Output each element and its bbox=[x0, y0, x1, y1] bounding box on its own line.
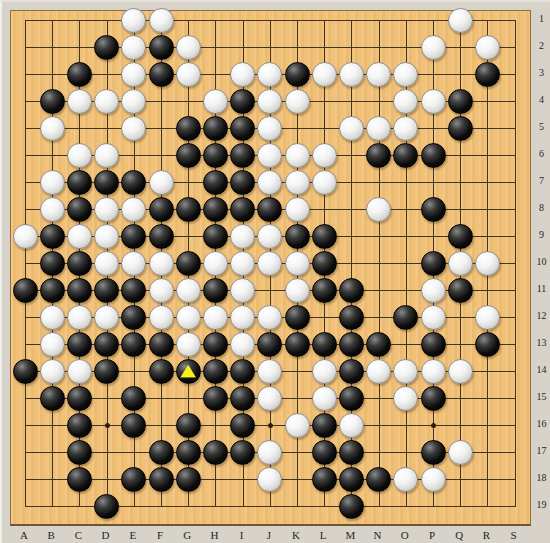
white-stone[interactable] bbox=[257, 143, 282, 168]
white-stone[interactable] bbox=[94, 305, 119, 330]
black-stone[interactable] bbox=[285, 62, 310, 87]
black-stone[interactable] bbox=[448, 116, 473, 141]
white-stone[interactable] bbox=[121, 251, 146, 276]
black-stone[interactable] bbox=[339, 359, 364, 384]
black-stone[interactable] bbox=[94, 278, 119, 303]
black-stone[interactable] bbox=[121, 386, 146, 411]
white-stone[interactable] bbox=[13, 224, 38, 249]
black-stone[interactable] bbox=[67, 332, 92, 357]
white-stone[interactable] bbox=[475, 305, 500, 330]
grid-line-vertical bbox=[25, 20, 26, 507]
black-stone[interactable] bbox=[149, 224, 174, 249]
row-label-9: 9 bbox=[533, 229, 550, 240]
white-stone[interactable] bbox=[230, 251, 255, 276]
column-label-I: I bbox=[232, 529, 252, 541]
white-stone[interactable] bbox=[257, 305, 282, 330]
black-stone[interactable] bbox=[67, 170, 92, 195]
black-stone[interactable] bbox=[230, 413, 255, 438]
column-label-Q: Q bbox=[449, 529, 469, 541]
white-stone[interactable] bbox=[475, 35, 500, 60]
column-label-G: G bbox=[177, 529, 197, 541]
black-stone[interactable] bbox=[285, 332, 310, 357]
white-stone[interactable] bbox=[176, 278, 201, 303]
black-stone[interactable] bbox=[312, 224, 337, 249]
row-label-6: 6 bbox=[533, 148, 550, 159]
black-stone[interactable] bbox=[203, 386, 228, 411]
black-stone[interactable] bbox=[149, 332, 174, 357]
black-stone[interactable] bbox=[366, 143, 391, 168]
white-stone[interactable] bbox=[366, 62, 391, 87]
column-label-O: O bbox=[395, 529, 415, 541]
white-stone[interactable] bbox=[176, 305, 201, 330]
black-stone[interactable] bbox=[203, 359, 228, 384]
white-stone[interactable] bbox=[448, 8, 473, 33]
black-stone[interactable] bbox=[339, 278, 364, 303]
black-stone[interactable] bbox=[339, 332, 364, 357]
white-stone[interactable] bbox=[230, 305, 255, 330]
white-stone[interactable] bbox=[40, 197, 65, 222]
last-move-triangle-marker bbox=[180, 365, 196, 378]
white-stone[interactable] bbox=[94, 224, 119, 249]
black-stone[interactable] bbox=[94, 35, 119, 60]
white-stone[interactable] bbox=[121, 197, 146, 222]
white-stone[interactable] bbox=[312, 170, 337, 195]
black-stone[interactable] bbox=[312, 440, 337, 465]
white-stone[interactable] bbox=[421, 35, 446, 60]
white-stone[interactable] bbox=[40, 305, 65, 330]
white-stone[interactable] bbox=[67, 305, 92, 330]
black-stone[interactable] bbox=[176, 467, 201, 492]
black-stone[interactable] bbox=[339, 494, 364, 519]
black-stone[interactable] bbox=[149, 359, 174, 384]
white-stone[interactable] bbox=[393, 359, 418, 384]
column-label-F: F bbox=[150, 529, 170, 541]
black-stone[interactable] bbox=[339, 440, 364, 465]
white-stone[interactable] bbox=[67, 359, 92, 384]
row-label-3: 3 bbox=[533, 67, 550, 78]
white-stone[interactable] bbox=[312, 359, 337, 384]
white-stone[interactable] bbox=[40, 359, 65, 384]
white-stone[interactable] bbox=[339, 116, 364, 141]
column-label-K: K bbox=[286, 529, 306, 541]
black-stone[interactable] bbox=[121, 413, 146, 438]
row-label-11: 11 bbox=[533, 283, 550, 294]
black-stone[interactable] bbox=[203, 278, 228, 303]
black-stone[interactable] bbox=[312, 467, 337, 492]
marked-last-move-stone[interactable] bbox=[176, 359, 201, 384]
black-stone[interactable] bbox=[149, 35, 174, 60]
black-stone[interactable] bbox=[339, 305, 364, 330]
white-stone[interactable] bbox=[67, 224, 92, 249]
black-stone[interactable] bbox=[257, 332, 282, 357]
column-label-N: N bbox=[368, 529, 388, 541]
black-stone[interactable] bbox=[203, 170, 228, 195]
black-stone[interactable] bbox=[67, 278, 92, 303]
white-stone[interactable] bbox=[257, 467, 282, 492]
white-stone[interactable] bbox=[285, 251, 310, 276]
column-label-L: L bbox=[313, 529, 333, 541]
black-stone[interactable] bbox=[176, 197, 201, 222]
black-stone[interactable] bbox=[203, 116, 228, 141]
white-stone[interactable] bbox=[339, 413, 364, 438]
black-stone[interactable] bbox=[40, 224, 65, 249]
column-label-C: C bbox=[68, 529, 88, 541]
white-stone[interactable] bbox=[285, 89, 310, 114]
white-stone[interactable] bbox=[312, 386, 337, 411]
black-stone[interactable] bbox=[40, 278, 65, 303]
column-label-J: J bbox=[259, 529, 279, 541]
black-stone[interactable] bbox=[176, 143, 201, 168]
black-stone[interactable] bbox=[393, 305, 418, 330]
black-stone[interactable] bbox=[94, 359, 119, 384]
black-stone[interactable] bbox=[121, 170, 146, 195]
white-stone[interactable] bbox=[176, 35, 201, 60]
black-stone[interactable] bbox=[149, 197, 174, 222]
black-stone[interactable] bbox=[230, 197, 255, 222]
white-stone[interactable] bbox=[257, 251, 282, 276]
white-stone[interactable] bbox=[67, 143, 92, 168]
white-stone[interactable] bbox=[149, 278, 174, 303]
black-stone[interactable] bbox=[203, 440, 228, 465]
white-stone[interactable] bbox=[421, 278, 446, 303]
black-stone[interactable] bbox=[475, 332, 500, 357]
black-stone[interactable] bbox=[67, 386, 92, 411]
white-stone[interactable] bbox=[40, 116, 65, 141]
black-stone[interactable] bbox=[67, 62, 92, 87]
white-stone[interactable] bbox=[257, 386, 282, 411]
black-stone[interactable] bbox=[312, 332, 337, 357]
column-label-A: A bbox=[14, 529, 34, 541]
white-stone[interactable] bbox=[448, 440, 473, 465]
column-label-D: D bbox=[96, 529, 116, 541]
row-label-1: 1 bbox=[533, 13, 550, 24]
white-stone[interactable] bbox=[94, 197, 119, 222]
black-stone[interactable] bbox=[230, 89, 255, 114]
star-point bbox=[268, 423, 273, 428]
black-stone[interactable] bbox=[421, 197, 446, 222]
black-stone[interactable] bbox=[94, 170, 119, 195]
black-stone[interactable] bbox=[230, 116, 255, 141]
black-stone[interactable] bbox=[40, 89, 65, 114]
black-stone[interactable] bbox=[448, 224, 473, 249]
white-stone[interactable] bbox=[149, 251, 174, 276]
white-stone[interactable] bbox=[67, 89, 92, 114]
column-label-R: R bbox=[476, 529, 496, 541]
row-label-12: 12 bbox=[533, 310, 550, 321]
black-stone[interactable] bbox=[121, 278, 146, 303]
white-stone[interactable] bbox=[230, 62, 255, 87]
white-stone[interactable] bbox=[257, 440, 282, 465]
black-stone[interactable] bbox=[230, 143, 255, 168]
row-label-2: 2 bbox=[533, 40, 550, 51]
white-stone[interactable] bbox=[203, 89, 228, 114]
white-stone[interactable] bbox=[257, 89, 282, 114]
black-stone[interactable] bbox=[94, 494, 119, 519]
star-point bbox=[431, 423, 436, 428]
go-board[interactable] bbox=[10, 10, 531, 526]
row-label-10: 10 bbox=[533, 256, 550, 267]
row-label-19: 19 bbox=[533, 499, 550, 510]
column-label-S: S bbox=[504, 529, 524, 541]
black-stone[interactable] bbox=[176, 413, 201, 438]
black-stone[interactable] bbox=[230, 386, 255, 411]
white-stone[interactable] bbox=[285, 170, 310, 195]
row-label-16: 16 bbox=[533, 418, 550, 429]
black-stone[interactable] bbox=[149, 467, 174, 492]
white-stone[interactable] bbox=[121, 116, 146, 141]
white-stone[interactable] bbox=[366, 197, 391, 222]
row-label-15: 15 bbox=[533, 391, 550, 402]
black-stone[interactable] bbox=[257, 197, 282, 222]
black-stone[interactable] bbox=[230, 440, 255, 465]
white-stone[interactable] bbox=[421, 359, 446, 384]
row-label-4: 4 bbox=[533, 94, 550, 105]
white-stone[interactable] bbox=[94, 251, 119, 276]
white-stone[interactable] bbox=[40, 332, 65, 357]
white-stone[interactable] bbox=[448, 359, 473, 384]
black-stone[interactable] bbox=[285, 305, 310, 330]
white-stone[interactable] bbox=[393, 386, 418, 411]
white-stone[interactable] bbox=[421, 467, 446, 492]
white-stone[interactable] bbox=[257, 170, 282, 195]
white-stone[interactable] bbox=[203, 305, 228, 330]
black-stone[interactable] bbox=[366, 332, 391, 357]
white-stone[interactable] bbox=[230, 224, 255, 249]
white-stone[interactable] bbox=[203, 251, 228, 276]
star-point bbox=[105, 423, 110, 428]
row-label-8: 8 bbox=[533, 202, 550, 213]
column-label-P: P bbox=[422, 529, 442, 541]
black-stone[interactable] bbox=[121, 332, 146, 357]
black-stone[interactable] bbox=[67, 440, 92, 465]
grid-line-vertical bbox=[515, 20, 516, 507]
go-app-window: ABCDEFGHIJKLMNOPQRS 12345678910111213141… bbox=[0, 0, 550, 543]
black-stone[interactable] bbox=[67, 413, 92, 438]
black-stone[interactable] bbox=[230, 359, 255, 384]
black-stone[interactable] bbox=[366, 467, 391, 492]
white-stone[interactable] bbox=[121, 62, 146, 87]
white-stone[interactable] bbox=[285, 197, 310, 222]
white-stone[interactable] bbox=[94, 89, 119, 114]
row-label-14: 14 bbox=[533, 364, 550, 375]
black-stone[interactable] bbox=[339, 467, 364, 492]
black-stone[interactable] bbox=[176, 116, 201, 141]
black-stone[interactable] bbox=[13, 359, 38, 384]
row-label-17: 17 bbox=[533, 445, 550, 456]
white-stone[interactable] bbox=[366, 359, 391, 384]
black-stone[interactable] bbox=[67, 467, 92, 492]
white-stone[interactable] bbox=[121, 8, 146, 33]
black-stone[interactable] bbox=[176, 440, 201, 465]
white-stone[interactable] bbox=[94, 143, 119, 168]
black-stone[interactable] bbox=[475, 62, 500, 87]
row-label-18: 18 bbox=[533, 472, 550, 483]
white-stone[interactable] bbox=[339, 62, 364, 87]
white-stone[interactable] bbox=[176, 332, 201, 357]
row-label-13: 13 bbox=[533, 337, 550, 348]
white-stone[interactable] bbox=[285, 143, 310, 168]
black-stone[interactable] bbox=[203, 143, 228, 168]
black-stone[interactable] bbox=[285, 224, 310, 249]
white-stone[interactable] bbox=[176, 62, 201, 87]
black-stone[interactable] bbox=[421, 440, 446, 465]
white-stone[interactable] bbox=[475, 251, 500, 276]
white-stone[interactable] bbox=[40, 170, 65, 195]
black-stone[interactable] bbox=[13, 278, 38, 303]
black-stone[interactable] bbox=[203, 224, 228, 249]
column-label-H: H bbox=[204, 529, 224, 541]
black-stone[interactable] bbox=[67, 251, 92, 276]
white-stone[interactable] bbox=[285, 413, 310, 438]
white-stone[interactable] bbox=[312, 62, 337, 87]
black-stone[interactable] bbox=[421, 332, 446, 357]
black-stone[interactable] bbox=[40, 386, 65, 411]
white-stone[interactable] bbox=[149, 170, 174, 195]
white-stone[interactable] bbox=[421, 305, 446, 330]
white-stone[interactable] bbox=[366, 116, 391, 141]
white-stone[interactable] bbox=[121, 35, 146, 60]
white-stone[interactable] bbox=[149, 305, 174, 330]
black-stone[interactable] bbox=[312, 413, 337, 438]
white-stone[interactable] bbox=[230, 332, 255, 357]
black-stone[interactable] bbox=[393, 143, 418, 168]
white-stone[interactable] bbox=[393, 467, 418, 492]
white-stone[interactable] bbox=[257, 116, 282, 141]
black-stone[interactable] bbox=[339, 386, 364, 411]
black-stone[interactable] bbox=[121, 224, 146, 249]
black-stone[interactable] bbox=[203, 332, 228, 357]
black-stone[interactable] bbox=[176, 251, 201, 276]
white-stone[interactable] bbox=[121, 89, 146, 114]
white-stone[interactable] bbox=[230, 278, 255, 303]
black-stone[interactable] bbox=[121, 467, 146, 492]
black-stone[interactable] bbox=[448, 89, 473, 114]
black-stone[interactable] bbox=[312, 278, 337, 303]
black-stone[interactable] bbox=[421, 251, 446, 276]
white-stone[interactable] bbox=[257, 359, 282, 384]
black-stone[interactable] bbox=[149, 62, 174, 87]
grid-line-vertical bbox=[379, 20, 380, 507]
black-stone[interactable] bbox=[94, 332, 119, 357]
black-stone[interactable] bbox=[67, 197, 92, 222]
white-stone[interactable] bbox=[257, 62, 282, 87]
black-stone[interactable] bbox=[40, 251, 65, 276]
white-stone[interactable] bbox=[393, 89, 418, 114]
white-stone[interactable] bbox=[149, 8, 174, 33]
white-stone[interactable] bbox=[421, 89, 446, 114]
black-stone[interactable] bbox=[421, 386, 446, 411]
column-label-B: B bbox=[41, 529, 61, 541]
column-label-E: E bbox=[123, 529, 143, 541]
black-stone[interactable] bbox=[448, 278, 473, 303]
white-stone[interactable] bbox=[312, 143, 337, 168]
black-stone[interactable] bbox=[121, 305, 146, 330]
black-stone[interactable] bbox=[149, 440, 174, 465]
black-stone[interactable] bbox=[203, 197, 228, 222]
white-stone[interactable] bbox=[448, 251, 473, 276]
black-stone[interactable] bbox=[230, 170, 255, 195]
white-stone[interactable] bbox=[393, 62, 418, 87]
black-stone[interactable] bbox=[421, 143, 446, 168]
column-label-M: M bbox=[340, 529, 360, 541]
black-stone[interactable] bbox=[312, 251, 337, 276]
white-stone[interactable] bbox=[257, 224, 282, 249]
row-label-5: 5 bbox=[533, 121, 550, 132]
row-label-7: 7 bbox=[533, 175, 550, 186]
white-stone[interactable] bbox=[285, 278, 310, 303]
white-stone[interactable] bbox=[393, 116, 418, 141]
